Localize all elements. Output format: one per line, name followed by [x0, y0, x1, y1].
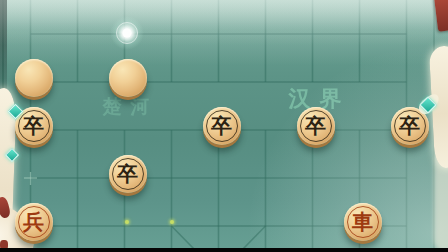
last-move-glow-marker: [110, 16, 144, 50]
piece-black-soldier-c4[interactable]: 卒: [109, 155, 147, 193]
piece-glyph: 卒: [203, 107, 241, 145]
letterbox-bottom-bar: [0, 248, 448, 252]
piece-black-soldier-e3[interactable]: 卒: [203, 107, 241, 145]
piece-glyph: 兵: [15, 203, 53, 241]
piece-unknown-unknown-a2[interactable]: [15, 59, 53, 97]
piece-glyph: 車: [344, 203, 382, 241]
piece-glyph: 卒: [109, 155, 147, 193]
piece-glyph: [15, 59, 53, 97]
piece-glyph: 卒: [297, 107, 335, 145]
river-label-chu-he: 楚河: [94, 94, 159, 120]
point-marker: [24, 172, 366, 233]
piece-red-chariot-h5[interactable]: 車: [344, 203, 382, 241]
piece-red-soldier-a5[interactable]: 兵: [15, 203, 53, 241]
piece-black-soldier-g3[interactable]: 卒: [297, 107, 335, 145]
piece-unknown-unknown-c2[interactable]: [109, 59, 147, 97]
xiangqi-game-screen: 楚河 汉界 卒卒卒卒卒兵車車兵兵炮兵馬炮炮馬相: [0, 0, 448, 252]
sparkle-dot: [125, 220, 129, 224]
piece-glyph: [109, 59, 147, 97]
sparkle-dot: [170, 220, 174, 224]
